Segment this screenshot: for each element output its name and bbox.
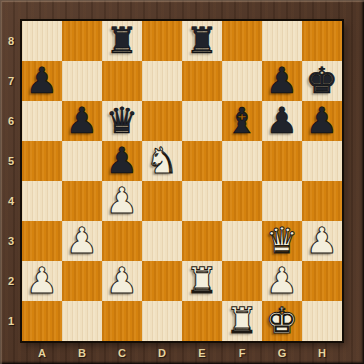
rank-label-7: 7 bbox=[0, 61, 22, 101]
chess-board-frame: 87654321 ABCDEFGH ♜♜♟♟♚♟♛♝♟♟♟♞♟♟♛♟♟♟♜♟♜♚ bbox=[0, 0, 364, 364]
file-label-e: E bbox=[182, 341, 222, 364]
piece-white-pawn[interactable]: ♟ bbox=[106, 181, 138, 221]
square-c5[interactable]: ♟ bbox=[102, 141, 142, 181]
rank-label-6: 6 bbox=[0, 101, 22, 141]
square-a8[interactable] bbox=[22, 21, 62, 61]
square-h5[interactable] bbox=[302, 141, 342, 181]
square-g2[interactable]: ♟ bbox=[262, 261, 302, 301]
square-h2[interactable] bbox=[302, 261, 342, 301]
piece-black-pawn[interactable]: ♟ bbox=[306, 101, 338, 141]
square-f4[interactable] bbox=[222, 181, 262, 221]
square-c1[interactable] bbox=[102, 301, 142, 341]
square-b6[interactable]: ♟ bbox=[62, 101, 102, 141]
file-labels: ABCDEFGH bbox=[22, 341, 342, 364]
rank-label-5: 5 bbox=[0, 141, 22, 181]
square-a2[interactable]: ♟ bbox=[22, 261, 62, 301]
file-label-f: F bbox=[222, 341, 262, 364]
piece-white-king[interactable]: ♚ bbox=[266, 301, 298, 341]
square-c7[interactable] bbox=[102, 61, 142, 101]
square-f3[interactable] bbox=[222, 221, 262, 261]
square-a4[interactable] bbox=[22, 181, 62, 221]
piece-black-bishop[interactable]: ♝ bbox=[226, 101, 258, 141]
square-c4[interactable]: ♟ bbox=[102, 181, 142, 221]
rank-labels: 87654321 bbox=[0, 21, 22, 341]
square-b5[interactable] bbox=[62, 141, 102, 181]
rank-label-8: 8 bbox=[0, 21, 22, 61]
square-b7[interactable] bbox=[62, 61, 102, 101]
square-g5[interactable] bbox=[262, 141, 302, 181]
square-e2[interactable]: ♜ bbox=[182, 261, 222, 301]
square-c8[interactable]: ♜ bbox=[102, 21, 142, 61]
square-f1[interactable]: ♜ bbox=[222, 301, 262, 341]
piece-white-knight[interactable]: ♞ bbox=[146, 141, 178, 181]
square-e3[interactable] bbox=[182, 221, 222, 261]
piece-black-pawn[interactable]: ♟ bbox=[66, 101, 98, 141]
square-g8[interactable] bbox=[262, 21, 302, 61]
file-label-d: D bbox=[142, 341, 182, 364]
square-e1[interactable] bbox=[182, 301, 222, 341]
square-d2[interactable] bbox=[142, 261, 182, 301]
square-g4[interactable] bbox=[262, 181, 302, 221]
piece-black-pawn[interactable]: ♟ bbox=[26, 61, 58, 101]
square-b3[interactable]: ♟ bbox=[62, 221, 102, 261]
square-f2[interactable] bbox=[222, 261, 262, 301]
file-label-h: H bbox=[302, 341, 342, 364]
square-b8[interactable] bbox=[62, 21, 102, 61]
piece-black-pawn[interactable]: ♟ bbox=[106, 141, 138, 181]
square-c6[interactable]: ♛ bbox=[102, 101, 142, 141]
square-h3[interactable]: ♟ bbox=[302, 221, 342, 261]
square-h6[interactable]: ♟ bbox=[302, 101, 342, 141]
square-f8[interactable] bbox=[222, 21, 262, 61]
square-e8[interactable]: ♜ bbox=[182, 21, 222, 61]
square-c2[interactable]: ♟ bbox=[102, 261, 142, 301]
square-d8[interactable] bbox=[142, 21, 182, 61]
rank-label-2: 2 bbox=[0, 261, 22, 301]
piece-black-pawn[interactable]: ♟ bbox=[266, 61, 298, 101]
piece-white-rook[interactable]: ♜ bbox=[226, 301, 258, 341]
piece-black-king[interactable]: ♚ bbox=[306, 61, 338, 101]
square-f7[interactable] bbox=[222, 61, 262, 101]
square-b4[interactable] bbox=[62, 181, 102, 221]
square-e6[interactable] bbox=[182, 101, 222, 141]
piece-white-pawn[interactable]: ♟ bbox=[306, 221, 338, 261]
file-label-b: B bbox=[62, 341, 102, 364]
piece-black-queen[interactable]: ♛ bbox=[106, 101, 138, 141]
square-g1[interactable]: ♚ bbox=[262, 301, 302, 341]
square-d7[interactable] bbox=[142, 61, 182, 101]
rank-label-3: 3 bbox=[0, 221, 22, 261]
square-h1[interactable] bbox=[302, 301, 342, 341]
chess-board: ♜♜♟♟♚♟♛♝♟♟♟♞♟♟♛♟♟♟♜♟♜♚ bbox=[22, 21, 342, 341]
square-e5[interactable] bbox=[182, 141, 222, 181]
square-a3[interactable] bbox=[22, 221, 62, 261]
square-g3[interactable]: ♛ bbox=[262, 221, 302, 261]
square-h7[interactable]: ♚ bbox=[302, 61, 342, 101]
rank-label-4: 4 bbox=[0, 181, 22, 221]
square-a5[interactable] bbox=[22, 141, 62, 181]
square-b2[interactable] bbox=[62, 261, 102, 301]
square-h8[interactable] bbox=[302, 21, 342, 61]
file-label-c: C bbox=[102, 341, 142, 364]
square-f6[interactable]: ♝ bbox=[222, 101, 262, 141]
piece-white-pawn[interactable]: ♟ bbox=[66, 221, 98, 261]
square-c3[interactable] bbox=[102, 221, 142, 261]
square-h4[interactable] bbox=[302, 181, 342, 221]
square-g6[interactable]: ♟ bbox=[262, 101, 302, 141]
square-f5[interactable] bbox=[222, 141, 262, 181]
piece-black-rook[interactable]: ♜ bbox=[186, 21, 218, 61]
piece-white-rook[interactable]: ♜ bbox=[186, 261, 218, 301]
piece-black-pawn[interactable]: ♟ bbox=[266, 101, 298, 141]
square-d1[interactable] bbox=[142, 301, 182, 341]
piece-white-pawn[interactable]: ♟ bbox=[106, 261, 138, 301]
square-b1[interactable] bbox=[62, 301, 102, 341]
piece-white-pawn[interactable]: ♟ bbox=[266, 261, 298, 301]
square-d5[interactable]: ♞ bbox=[142, 141, 182, 181]
square-a6[interactable] bbox=[22, 101, 62, 141]
square-d6[interactable] bbox=[142, 101, 182, 141]
file-label-a: A bbox=[22, 341, 62, 364]
piece-white-queen[interactable]: ♛ bbox=[266, 221, 298, 261]
piece-black-rook[interactable]: ♜ bbox=[106, 21, 138, 61]
square-a1[interactable] bbox=[22, 301, 62, 341]
square-e7[interactable] bbox=[182, 61, 222, 101]
square-e4[interactable] bbox=[182, 181, 222, 221]
file-label-g: G bbox=[262, 341, 302, 364]
square-g7[interactable]: ♟ bbox=[262, 61, 302, 101]
square-d4[interactable] bbox=[142, 181, 182, 221]
square-a7[interactable]: ♟ bbox=[22, 61, 62, 101]
rank-label-1: 1 bbox=[0, 301, 22, 341]
square-d3[interactable] bbox=[142, 221, 182, 261]
piece-white-pawn[interactable]: ♟ bbox=[26, 261, 58, 301]
